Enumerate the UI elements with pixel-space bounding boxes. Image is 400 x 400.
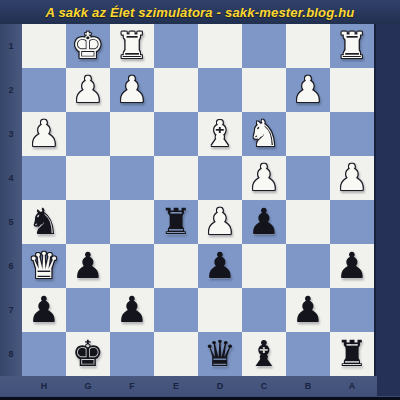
square-h5[interactable]: ♞ [22, 200, 66, 244]
square-d5[interactable]: ♟ [198, 200, 242, 244]
square-f8[interactable] [110, 332, 154, 376]
black-pawn: ♟ [116, 288, 148, 332]
square-c4[interactable]: ♟ [242, 156, 286, 200]
file-strip-spacer [0, 376, 22, 396]
file-label-b: B [286, 376, 330, 396]
bottom-border [0, 396, 400, 400]
square-h6[interactable]: ♛ [22, 244, 66, 288]
white-rook: ♜ [336, 24, 368, 68]
square-c1[interactable] [242, 24, 286, 68]
square-d4[interactable] [198, 156, 242, 200]
black-queen: ♛ [204, 332, 236, 376]
square-e8[interactable] [154, 332, 198, 376]
rank-label-8: 8 [0, 332, 22, 376]
square-h8[interactable] [22, 332, 66, 376]
square-b4[interactable] [286, 156, 330, 200]
square-f2[interactable]: ♟ [110, 68, 154, 112]
file-label-c: C [242, 376, 286, 396]
square-d3[interactable]: ♝ [198, 112, 242, 156]
white-pawn: ♟ [248, 156, 280, 200]
file-label-g: G [66, 376, 110, 396]
square-h2[interactable] [22, 68, 66, 112]
rank-label-1: 1 [0, 24, 22, 68]
black-pawn: ♟ [204, 244, 236, 288]
square-d8[interactable]: ♛ [198, 332, 242, 376]
white-knight: ♞ [248, 112, 280, 156]
white-pawn: ♟ [204, 200, 236, 244]
title-bar: A sakk az Élet szimulátora - sakk-mester… [0, 0, 400, 24]
square-e2[interactable] [154, 68, 198, 112]
square-c3[interactable]: ♞ [242, 112, 286, 156]
square-e5[interactable]: ♜ [154, 200, 198, 244]
white-pawn: ♟ [116, 68, 148, 112]
square-c6[interactable] [242, 244, 286, 288]
square-h4[interactable] [22, 156, 66, 200]
file-label-a: A [330, 376, 374, 396]
black-knight: ♞ [28, 200, 60, 244]
square-h7[interactable]: ♟ [22, 288, 66, 332]
square-f4[interactable] [110, 156, 154, 200]
square-a4[interactable]: ♟ [330, 156, 374, 200]
square-g6[interactable]: ♟ [66, 244, 110, 288]
rank-label-6: 6 [0, 244, 22, 288]
white-pawn: ♟ [336, 156, 368, 200]
square-g3[interactable] [66, 112, 110, 156]
file-labels: HGFEDCBA [0, 376, 377, 396]
rank-label-4: 4 [0, 156, 22, 200]
square-g2[interactable]: ♟ [66, 68, 110, 112]
rank-label-2: 2 [0, 68, 22, 112]
file-label-e: E [154, 376, 198, 396]
square-f3[interactable] [110, 112, 154, 156]
square-g4[interactable] [66, 156, 110, 200]
black-rook: ♜ [160, 200, 192, 244]
square-e4[interactable] [154, 156, 198, 200]
square-f1[interactable]: ♜ [110, 24, 154, 68]
white-pawn: ♟ [292, 68, 324, 112]
square-a8[interactable]: ♜ [330, 332, 374, 376]
square-f7[interactable]: ♟ [110, 288, 154, 332]
square-b7[interactable]: ♟ [286, 288, 330, 332]
white-queen: ♛ [28, 244, 60, 288]
square-a2[interactable] [330, 68, 374, 112]
square-d6[interactable]: ♟ [198, 244, 242, 288]
black-pawn: ♟ [28, 288, 60, 332]
black-pawn: ♟ [72, 244, 104, 288]
square-e7[interactable] [154, 288, 198, 332]
square-a1[interactable]: ♜ [330, 24, 374, 68]
square-a7[interactable] [330, 288, 374, 332]
file-label-h: H [22, 376, 66, 396]
black-pawn: ♟ [292, 288, 324, 332]
square-c2[interactable] [242, 68, 286, 112]
square-a6[interactable]: ♟ [330, 244, 374, 288]
square-b1[interactable] [286, 24, 330, 68]
file-label-d: D [198, 376, 242, 396]
black-bishop: ♝ [248, 332, 280, 376]
square-b5[interactable] [286, 200, 330, 244]
square-b6[interactable] [286, 244, 330, 288]
chess-board: ♚♜♜♟♟♟♟♝♞♟♟♞♜♟♟♛♟♟♟♟♟♟♚♛♝♜ [22, 24, 374, 376]
square-d2[interactable] [198, 68, 242, 112]
square-h1[interactable] [22, 24, 66, 68]
white-king: ♚ [72, 24, 104, 68]
rank-labels: 12345678 [0, 24, 22, 376]
black-pawn: ♟ [248, 200, 280, 244]
rank-label-7: 7 [0, 288, 22, 332]
rank-label-3: 3 [0, 112, 22, 156]
chess-diagram-window: A sakk az Élet szimulátora - sakk-mester… [0, 0, 400, 400]
square-c8[interactable]: ♝ [242, 332, 286, 376]
square-g1[interactable]: ♚ [66, 24, 110, 68]
white-bishop: ♝ [204, 112, 236, 156]
square-g7[interactable] [66, 288, 110, 332]
square-b3[interactable] [286, 112, 330, 156]
square-e6[interactable] [154, 244, 198, 288]
square-f6[interactable] [110, 244, 154, 288]
rank-label-5: 5 [0, 200, 22, 244]
black-rook: ♜ [336, 332, 368, 376]
square-h3[interactable]: ♟ [22, 112, 66, 156]
white-pawn: ♟ [72, 68, 104, 112]
square-g5[interactable] [66, 200, 110, 244]
square-d7[interactable] [198, 288, 242, 332]
file-label-f: F [110, 376, 154, 396]
black-pawn: ♟ [336, 244, 368, 288]
square-c7[interactable] [242, 288, 286, 332]
square-e3[interactable] [154, 112, 198, 156]
square-g8[interactable]: ♚ [66, 332, 110, 376]
black-king: ♚ [72, 332, 104, 376]
page-title: A sakk az Élet szimulátora - sakk-mester… [46, 5, 355, 20]
square-a5[interactable] [330, 200, 374, 244]
square-b2[interactable]: ♟ [286, 68, 330, 112]
white-rook: ♜ [116, 24, 148, 68]
square-f5[interactable] [110, 200, 154, 244]
square-c5[interactable]: ♟ [242, 200, 286, 244]
square-e1[interactable] [154, 24, 198, 68]
square-d1[interactable] [198, 24, 242, 68]
square-a3[interactable] [330, 112, 374, 156]
white-pawn: ♟ [28, 112, 60, 156]
square-b8[interactable] [286, 332, 330, 376]
